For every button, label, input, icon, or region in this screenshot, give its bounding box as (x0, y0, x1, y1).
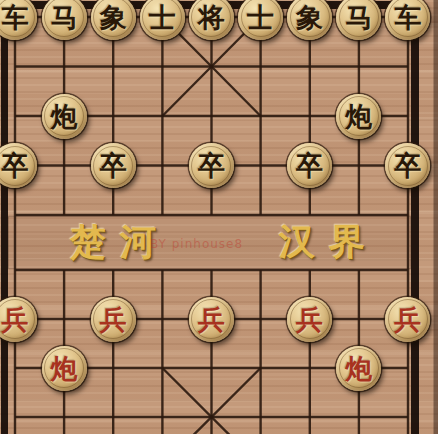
piece-glyph: 卒 (100, 152, 127, 179)
piece-black-r2c1[interactable]: 炮 (42, 94, 87, 139)
piece-red-r6c8[interactable]: 兵 (385, 297, 430, 342)
piece-red-r6c6[interactable]: 兵 (287, 297, 332, 342)
piece-glyph: 士 (149, 4, 176, 31)
piece-red-r7c1[interactable]: 炮 (42, 346, 87, 391)
piece-glyph: 兵 (1, 306, 28, 333)
piece-glyph: 马 (345, 4, 372, 31)
piece-glyph: 炮 (345, 103, 372, 130)
piece-black-r0c2[interactable]: 象 (91, 0, 136, 40)
piece-glyph: 卒 (296, 152, 323, 179)
piece-black-r3c4[interactable]: 卒 (189, 143, 234, 188)
piece-glyph: 炮 (51, 355, 78, 382)
piece-glyph: 车 (394, 4, 421, 31)
piece-black-r3c8[interactable]: 卒 (385, 143, 430, 188)
piece-glyph: 象 (296, 4, 323, 31)
piece-glyph: 卒 (1, 152, 28, 179)
piece-black-r0c4[interactable]: 将 (189, 0, 234, 40)
piece-black-r2c7[interactable]: 炮 (336, 94, 381, 139)
piece-glyph: 马 (51, 4, 78, 31)
piece-glyph: 卒 (394, 152, 421, 179)
xiangqi-board: 楚河 汉界 BY pinhouse8 车马象士将士象马车炮炮卒卒卒卒卒兵兵兵兵兵… (0, 0, 438, 434)
piece-black-r3c6[interactable]: 卒 (287, 143, 332, 188)
piece-glyph: 卒 (198, 152, 225, 179)
piece-glyph: 兵 (394, 306, 421, 333)
pieces-layer: 车马象士将士象马车炮炮卒卒卒卒卒兵兵兵兵兵炮炮 (0, 0, 432, 434)
piece-glyph: 兵 (296, 306, 323, 333)
piece-red-r6c2[interactable]: 兵 (91, 297, 136, 342)
piece-red-r6c4[interactable]: 兵 (189, 297, 234, 342)
frame-right-edge-shadow (434, 0, 438, 434)
piece-black-r3c0[interactable]: 卒 (0, 143, 37, 188)
piece-glyph: 兵 (100, 306, 127, 333)
piece-glyph: 兵 (198, 306, 225, 333)
piece-red-r6c0[interactable]: 兵 (0, 297, 37, 342)
piece-black-r0c7[interactable]: 马 (336, 0, 381, 40)
piece-black-r0c1[interactable]: 马 (42, 0, 87, 40)
piece-glyph: 将 (198, 4, 225, 31)
piece-red-r7c7[interactable]: 炮 (336, 346, 381, 391)
piece-black-r3c2[interactable]: 卒 (91, 143, 136, 188)
piece-glyph: 炮 (345, 355, 372, 382)
piece-glyph: 炮 (51, 103, 78, 130)
piece-black-r0c8[interactable]: 车 (385, 0, 430, 40)
piece-black-r0c3[interactable]: 士 (140, 0, 185, 40)
piece-black-r0c6[interactable]: 象 (287, 0, 332, 40)
piece-black-r0c5[interactable]: 士 (238, 0, 283, 40)
piece-glyph: 象 (100, 4, 127, 31)
piece-glyph: 车 (1, 4, 28, 31)
piece-glyph: 士 (247, 4, 274, 31)
piece-black-r0c0[interactable]: 车 (0, 0, 37, 40)
